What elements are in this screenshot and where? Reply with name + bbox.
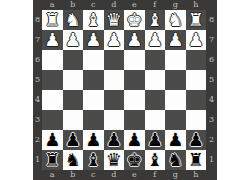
square-f6[interactable] (145, 50, 166, 70)
square-e3[interactable] (124, 110, 145, 130)
black-rook[interactable]: ♜ (188, 151, 204, 169)
square-b6[interactable] (63, 50, 84, 70)
rank-label-7-right: 7 (206, 30, 217, 50)
black-pawn[interactable]: ♟ (44, 131, 60, 149)
black-king[interactable]: ♚ (126, 151, 142, 169)
white-pawn[interactable]: ♟ (106, 31, 122, 49)
square-g1[interactable]: ♞ (165, 150, 186, 170)
white-knight[interactable]: ♞ (167, 11, 183, 29)
square-c6[interactable] (83, 50, 104, 70)
white-pawn[interactable]: ♟ (147, 31, 163, 49)
page: abcdefgh8♜♞♝♛♚♝♞♜87♟♟♟♟♟♟♟♟7665544332♟♟♟… (0, 0, 250, 180)
chess-board: abcdefgh8♜♞♝♛♚♝♞♜87♟♟♟♟♟♟♟♟7665544332♟♟♟… (33, 0, 217, 180)
square-h1[interactable]: ♜ (186, 150, 207, 170)
square-c2[interactable]: ♟ (83, 130, 104, 150)
black-knight[interactable]: ♞ (65, 151, 81, 169)
square-b1[interactable]: ♞ (63, 150, 84, 170)
square-f7[interactable]: ♟ (145, 30, 166, 50)
square-a1[interactable]: ♜ (42, 150, 63, 170)
file-label-h-top: h (186, 0, 207, 10)
file-label-g-bottom: g (165, 170, 186, 180)
rank-label-8-right: 8 (206, 10, 217, 30)
square-e8[interactable]: ♚ (124, 10, 145, 30)
white-pawn[interactable]: ♟ (188, 31, 204, 49)
black-pawn[interactable]: ♟ (188, 131, 204, 149)
rank-label-8-left: 8 (33, 10, 42, 30)
white-pawn[interactable]: ♟ (167, 31, 183, 49)
frame-corner-top-right (206, 0, 217, 10)
square-a6[interactable] (42, 50, 63, 70)
white-pawn[interactable]: ♟ (44, 31, 60, 49)
square-g7[interactable]: ♟ (165, 30, 186, 50)
rank-label-1-left: 1 (33, 150, 42, 170)
rank-label-3-left: 3 (33, 110, 42, 130)
white-rook[interactable]: ♜ (188, 11, 204, 29)
black-pawn[interactable]: ♟ (65, 131, 81, 149)
square-h6[interactable] (186, 50, 207, 70)
square-h2[interactable]: ♟ (186, 130, 207, 150)
black-bishop[interactable]: ♝ (147, 151, 163, 169)
square-a7[interactable]: ♟ (42, 30, 63, 50)
file-label-e-top: e (124, 0, 145, 10)
square-f5[interactable] (145, 70, 166, 90)
square-d2[interactable]: ♟ (104, 130, 125, 150)
file-label-c-bottom: c (83, 170, 104, 180)
square-b4[interactable] (63, 90, 84, 110)
rank-label-2-right: 2 (206, 130, 217, 150)
black-queen[interactable]: ♛ (106, 151, 122, 169)
black-pawn[interactable]: ♟ (106, 131, 122, 149)
square-g2[interactable]: ♟ (165, 130, 186, 150)
file-label-c-top: c (83, 0, 104, 10)
square-d5[interactable] (104, 70, 125, 90)
file-label-h-bottom: h (186, 170, 207, 180)
square-b8[interactable]: ♞ (63, 10, 84, 30)
square-a8[interactable]: ♜ (42, 10, 63, 30)
square-c3[interactable] (83, 110, 104, 130)
square-h5[interactable] (186, 70, 207, 90)
square-b2[interactable]: ♟ (63, 130, 84, 150)
square-e5[interactable] (124, 70, 145, 90)
white-knight[interactable]: ♞ (65, 11, 81, 29)
square-c5[interactable] (83, 70, 104, 90)
square-h4[interactable] (186, 90, 207, 110)
square-d4[interactable] (104, 90, 125, 110)
rank-label-6-right: 6 (206, 50, 217, 70)
frame-corner-bottom-left (33, 170, 42, 180)
square-f4[interactable] (145, 90, 166, 110)
square-a5[interactable] (42, 70, 63, 90)
square-f3[interactable] (145, 110, 166, 130)
white-rook[interactable]: ♜ (44, 11, 60, 29)
square-b7[interactable]: ♟ (63, 30, 84, 50)
square-e4[interactable] (124, 90, 145, 110)
rank-label-6-left: 6 (33, 50, 42, 70)
square-d3[interactable] (104, 110, 125, 130)
square-h3[interactable] (186, 110, 207, 130)
square-g6[interactable] (165, 50, 186, 70)
black-pawn[interactable]: ♟ (85, 131, 101, 149)
white-pawn[interactable]: ♟ (85, 31, 101, 49)
square-f1[interactable]: ♝ (145, 150, 166, 170)
file-label-e-bottom: e (124, 170, 145, 180)
file-label-a-top: a (42, 0, 63, 10)
rank-label-7-left: 7 (33, 30, 42, 50)
square-g3[interactable] (165, 110, 186, 130)
black-pawn[interactable]: ♟ (147, 131, 163, 149)
square-c4[interactable] (83, 90, 104, 110)
rank-label-5-left: 5 (33, 70, 42, 90)
file-label-f-bottom: f (145, 170, 166, 180)
square-d8[interactable]: ♛ (104, 10, 125, 30)
white-bishop[interactable]: ♝ (85, 11, 101, 29)
square-e2[interactable]: ♟ (124, 130, 145, 150)
square-f8[interactable]: ♝ (145, 10, 166, 30)
square-c7[interactable]: ♟ (83, 30, 104, 50)
square-b5[interactable] (63, 70, 84, 90)
black-knight[interactable]: ♞ (167, 151, 183, 169)
frame-corner-top-left (33, 0, 42, 10)
frame-corner-bottom-right (206, 170, 217, 180)
square-c8[interactable]: ♝ (83, 10, 104, 30)
file-label-d-top: d (104, 0, 125, 10)
file-label-g-top: g (165, 0, 186, 10)
square-d6[interactable] (104, 50, 125, 70)
file-label-a-bottom: a (42, 170, 63, 180)
rank-label-2-left: 2 (33, 130, 42, 150)
black-pawn[interactable]: ♟ (126, 131, 142, 149)
rank-label-4-left: 4 (33, 90, 42, 110)
square-b3[interactable] (63, 110, 84, 130)
square-d1[interactable]: ♛ (104, 150, 125, 170)
rank-label-4-right: 4 (206, 90, 217, 110)
file-label-d-bottom: d (104, 170, 125, 180)
square-g4[interactable] (165, 90, 186, 110)
square-f2[interactable]: ♟ (145, 130, 166, 150)
white-pawn[interactable]: ♟ (126, 31, 142, 49)
square-e6[interactable] (124, 50, 145, 70)
black-bishop[interactable]: ♝ (85, 151, 101, 169)
file-label-f-top: f (145, 0, 166, 10)
white-king[interactable]: ♚ (126, 11, 142, 29)
square-h8[interactable]: ♜ (186, 10, 207, 30)
rank-label-5-right: 5 (206, 70, 217, 90)
square-d7[interactable]: ♟ (104, 30, 125, 50)
square-g8[interactable]: ♞ (165, 10, 186, 30)
square-c1[interactable]: ♝ (83, 150, 104, 170)
black-pawn[interactable]: ♟ (167, 131, 183, 149)
file-label-b-bottom: b (63, 170, 84, 180)
rank-label-1-right: 1 (206, 150, 217, 170)
file-label-b-top: b (63, 0, 84, 10)
square-g5[interactable] (165, 70, 186, 90)
square-h7[interactable]: ♟ (186, 30, 207, 50)
black-rook[interactable]: ♜ (44, 151, 60, 169)
white-queen[interactable]: ♛ (106, 11, 122, 29)
white-bishop[interactable]: ♝ (147, 11, 163, 29)
square-a3[interactable] (42, 110, 63, 130)
rank-label-3-right: 3 (206, 110, 217, 130)
square-e7[interactable]: ♟ (124, 30, 145, 50)
square-a4[interactable] (42, 90, 63, 110)
square-e1[interactable]: ♚ (124, 150, 145, 170)
square-a2[interactable]: ♟ (42, 130, 63, 150)
white-pawn[interactable]: ♟ (65, 31, 81, 49)
